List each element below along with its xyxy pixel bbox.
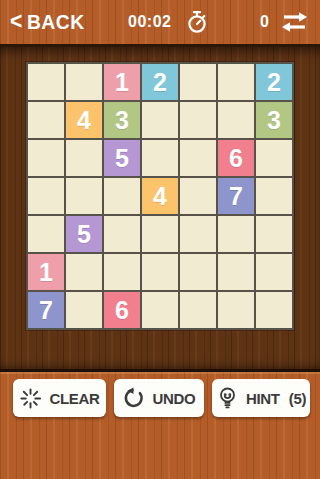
board-cell[interactable]: 7 — [28, 292, 64, 328]
game-area: 12243356475176 — [0, 47, 320, 372]
board-cell[interactable] — [218, 292, 254, 328]
board-cell[interactable] — [180, 216, 216, 252]
board-cell[interactable] — [66, 254, 102, 290]
timer-display: 00:02 — [128, 0, 209, 44]
board-cell[interactable]: 5 — [66, 216, 102, 252]
board-cell[interactable] — [142, 140, 178, 176]
board-cell[interactable]: 1 — [104, 64, 140, 100]
lightbulb-icon — [216, 386, 239, 410]
swap-control: 0 — [260, 0, 308, 44]
undo-label: UNDO — [153, 390, 196, 407]
hint-label: HINT — [246, 390, 280, 407]
board-cell[interactable] — [142, 216, 178, 252]
board-cell[interactable]: 2 — [142, 64, 178, 100]
board-cell[interactable] — [142, 254, 178, 290]
board-cell[interactable] — [180, 140, 216, 176]
chevron-left-icon: < — [10, 10, 22, 35]
board-cell[interactable]: 5 — [104, 140, 140, 176]
hint-count: (5) — [289, 390, 306, 407]
board-cell[interactable] — [28, 140, 64, 176]
undo-button[interactable]: UNDO — [114, 379, 204, 417]
board-cell[interactable]: 3 — [104, 102, 140, 138]
board-cell[interactable] — [256, 178, 292, 214]
board-cell[interactable] — [142, 102, 178, 138]
bottom-bar: CLEAR UNDO HINT (5) — [0, 372, 320, 479]
board-cell[interactable] — [142, 292, 178, 328]
board-cell[interactable] — [104, 216, 140, 252]
board-cell[interactable] — [28, 102, 64, 138]
board-cell[interactable]: 1 — [28, 254, 64, 290]
swap-arrows-icon[interactable] — [281, 11, 308, 33]
board-cell[interactable]: 6 — [218, 140, 254, 176]
board-cell[interactable]: 4 — [66, 102, 102, 138]
board-cell[interactable] — [256, 140, 292, 176]
clear-button[interactable]: CLEAR — [13, 379, 106, 417]
board-cell[interactable]: 6 — [104, 292, 140, 328]
board-cell[interactable] — [180, 254, 216, 290]
board-cell[interactable] — [28, 178, 64, 214]
board-cell[interactable]: 4 — [142, 178, 178, 214]
stopwatch-icon — [185, 10, 209, 35]
back-button[interactable]: < BACK — [10, 0, 85, 44]
timer-value: 00:02 — [128, 13, 171, 31]
board-cell[interactable] — [256, 216, 292, 252]
board-cell[interactable] — [104, 178, 140, 214]
board-cell[interactable]: 2 — [256, 64, 292, 100]
board-cell[interactable] — [66, 292, 102, 328]
board-cell[interactable] — [28, 216, 64, 252]
undo-arrow-icon — [123, 387, 146, 410]
board-cell[interactable] — [66, 140, 102, 176]
board-cell[interactable] — [256, 292, 292, 328]
burst-icon — [19, 387, 42, 410]
swap-count: 0 — [260, 13, 269, 31]
board-cell[interactable] — [218, 254, 254, 290]
board-cell[interactable] — [66, 64, 102, 100]
board-cell[interactable] — [256, 254, 292, 290]
top-bar: < BACK 00:02 0 — [0, 0, 320, 47]
board-cell[interactable] — [218, 64, 254, 100]
board-cell[interactable]: 3 — [256, 102, 292, 138]
board-cell[interactable] — [218, 102, 254, 138]
clear-label: CLEAR — [49, 390, 99, 407]
board-cell[interactable]: 7 — [218, 178, 254, 214]
board-cell[interactable] — [180, 64, 216, 100]
board-cell[interactable] — [180, 178, 216, 214]
board-cell[interactable] — [218, 216, 254, 252]
board-cell[interactable] — [104, 254, 140, 290]
board-cell[interactable] — [28, 64, 64, 100]
back-label: BACK — [27, 10, 85, 34]
app-screen: < BACK 00:02 0 12243356475176 — [0, 0, 320, 479]
board-cell[interactable] — [180, 292, 216, 328]
board-cell[interactable] — [66, 178, 102, 214]
board-cell[interactable] — [180, 102, 216, 138]
hint-button[interactable]: HINT (5) — [212, 379, 310, 417]
sudoku-board: 12243356475176 — [26, 62, 294, 330]
